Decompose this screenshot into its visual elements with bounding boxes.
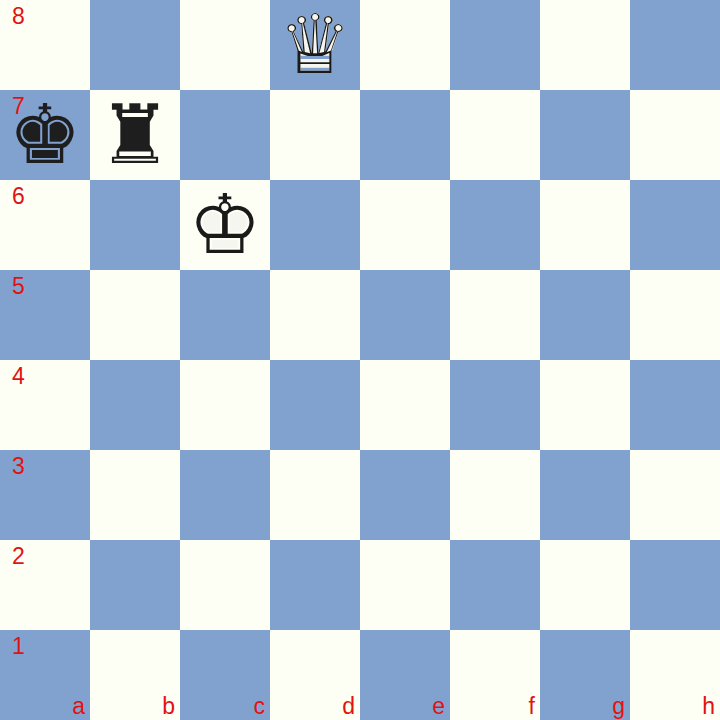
square-a4[interactable]: 4 <box>0 360 90 450</box>
square-e7[interactable] <box>360 90 450 180</box>
white-king-glyph-outline: ♔ <box>180 180 270 270</box>
square-h4[interactable] <box>630 360 720 450</box>
rank-label-3: 3 <box>12 455 25 478</box>
square-d7[interactable] <box>270 90 360 180</box>
chess-board-container: 8♛♕7♚♜6♚♔54321abcdefgh <box>0 0 720 720</box>
square-d2[interactable] <box>270 540 360 630</box>
square-a2[interactable]: 2 <box>0 540 90 630</box>
piece-white-king-c6[interactable]: ♚♔ <box>180 180 270 270</box>
square-a3[interactable]: 3 <box>0 450 90 540</box>
square-b5[interactable] <box>90 270 180 360</box>
square-f7[interactable] <box>450 90 540 180</box>
square-e1[interactable]: e <box>360 630 450 720</box>
rank-label-1: 1 <box>12 635 25 658</box>
square-b8[interactable] <box>90 0 180 90</box>
square-c8[interactable] <box>180 0 270 90</box>
square-d3[interactable] <box>270 450 360 540</box>
square-g2[interactable] <box>540 540 630 630</box>
square-h6[interactable] <box>630 180 720 270</box>
square-b7[interactable]: ♜ <box>90 90 180 180</box>
square-h3[interactable] <box>630 450 720 540</box>
square-c6[interactable]: ♚♔ <box>180 180 270 270</box>
square-h5[interactable] <box>630 270 720 360</box>
white-queen-glyph-outline: ♕ <box>270 0 360 90</box>
square-c7[interactable] <box>180 90 270 180</box>
square-f3[interactable] <box>450 450 540 540</box>
square-f1[interactable]: f <box>450 630 540 720</box>
square-a1[interactable]: 1a <box>0 630 90 720</box>
square-g4[interactable] <box>540 360 630 450</box>
square-g5[interactable] <box>540 270 630 360</box>
file-label-c: c <box>254 695 266 718</box>
square-f6[interactable] <box>450 180 540 270</box>
square-g3[interactable] <box>540 450 630 540</box>
square-f5[interactable] <box>450 270 540 360</box>
square-e5[interactable] <box>360 270 450 360</box>
square-e4[interactable] <box>360 360 450 450</box>
square-e8[interactable] <box>360 0 450 90</box>
square-d5[interactable] <box>270 270 360 360</box>
piece-white-queen-d8[interactable]: ♛♕ <box>270 0 360 90</box>
square-d8[interactable]: ♛♕ <box>270 0 360 90</box>
square-h1[interactable]: h <box>630 630 720 720</box>
square-b3[interactable] <box>90 450 180 540</box>
file-label-h: h <box>702 695 715 718</box>
square-g8[interactable] <box>540 0 630 90</box>
square-h7[interactable] <box>630 90 720 180</box>
square-a6[interactable]: 6 <box>0 180 90 270</box>
file-label-f: f <box>529 695 535 718</box>
square-c4[interactable] <box>180 360 270 450</box>
black-king-glyph-fill: ♚ <box>0 90 90 180</box>
piece-black-rook-b7[interactable]: ♜ <box>90 90 180 180</box>
chess-board: 8♛♕7♚♜6♚♔54321abcdefgh <box>0 0 720 720</box>
square-e6[interactable] <box>360 180 450 270</box>
rank-label-6: 6 <box>12 185 25 208</box>
rank-label-8: 8 <box>12 5 25 28</box>
file-label-b: b <box>162 695 175 718</box>
square-a8[interactable]: 8 <box>0 0 90 90</box>
square-c1[interactable]: c <box>180 630 270 720</box>
square-e3[interactable] <box>360 450 450 540</box>
square-f4[interactable] <box>450 360 540 450</box>
square-d1[interactable]: d <box>270 630 360 720</box>
black-rook-glyph-fill: ♜ <box>90 90 180 180</box>
square-f2[interactable] <box>450 540 540 630</box>
square-g7[interactable] <box>540 90 630 180</box>
file-label-g: g <box>612 695 625 718</box>
square-b1[interactable]: b <box>90 630 180 720</box>
square-b2[interactable] <box>90 540 180 630</box>
square-c2[interactable] <box>180 540 270 630</box>
square-a5[interactable]: 5 <box>0 270 90 360</box>
rank-label-5: 5 <box>12 275 25 298</box>
file-label-e: e <box>432 695 445 718</box>
square-g1[interactable]: g <box>540 630 630 720</box>
square-b4[interactable] <box>90 360 180 450</box>
rank-label-4: 4 <box>12 365 25 388</box>
file-label-a: a <box>72 695 85 718</box>
square-h8[interactable] <box>630 0 720 90</box>
square-h2[interactable] <box>630 540 720 630</box>
file-label-d: d <box>342 695 355 718</box>
square-e2[interactable] <box>360 540 450 630</box>
square-d6[interactable] <box>270 180 360 270</box>
square-f8[interactable] <box>450 0 540 90</box>
square-c5[interactable] <box>180 270 270 360</box>
square-b6[interactable] <box>90 180 180 270</box>
rank-label-2: 2 <box>12 545 25 568</box>
piece-black-king-a7[interactable]: ♚ <box>0 90 90 180</box>
square-g6[interactable] <box>540 180 630 270</box>
square-c3[interactable] <box>180 450 270 540</box>
square-d4[interactable] <box>270 360 360 450</box>
square-a7[interactable]: 7♚ <box>0 90 90 180</box>
